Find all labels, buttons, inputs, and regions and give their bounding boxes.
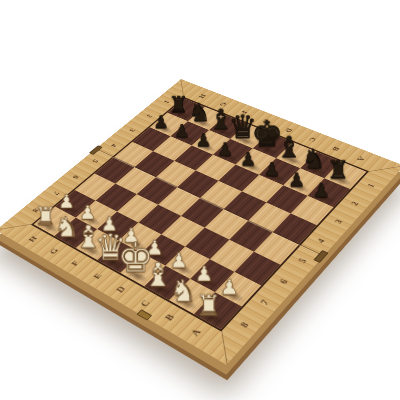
chess-board: ♜♞♝♛♚♝♞♜♟♟♟♟♟♟♟♟♟♟♟♟♟♟♟♟♜♞♝♛♚♝♞♜ HGFEDCB…	[0, 79, 400, 365]
photo-background: ♜♞♝♛♚♝♞♜♟♟♟♟♟♟♟♟♟♟♟♟♟♟♟♟♜♞♝♛♚♝♞♜ HGFEDCB…	[0, 0, 400, 400]
piece-white-rook: ♜	[192, 291, 226, 320]
hinge	[313, 250, 329, 263]
playing-area: ♜♞♝♛♚♝♞♜♟♟♟♟♟♟♟♟♟♟♟♟♟♟♟♟♜♞♝♛♚♝♞♜	[31, 97, 369, 332]
piece-black-pawn: ♟	[307, 181, 337, 200]
board-frame: ♜♞♝♛♚♝♞♜♟♟♟♟♟♟♟♟♟♟♟♟♟♟♟♟♜♞♝♛♚♝♞♜ HGFEDCB…	[0, 79, 400, 365]
